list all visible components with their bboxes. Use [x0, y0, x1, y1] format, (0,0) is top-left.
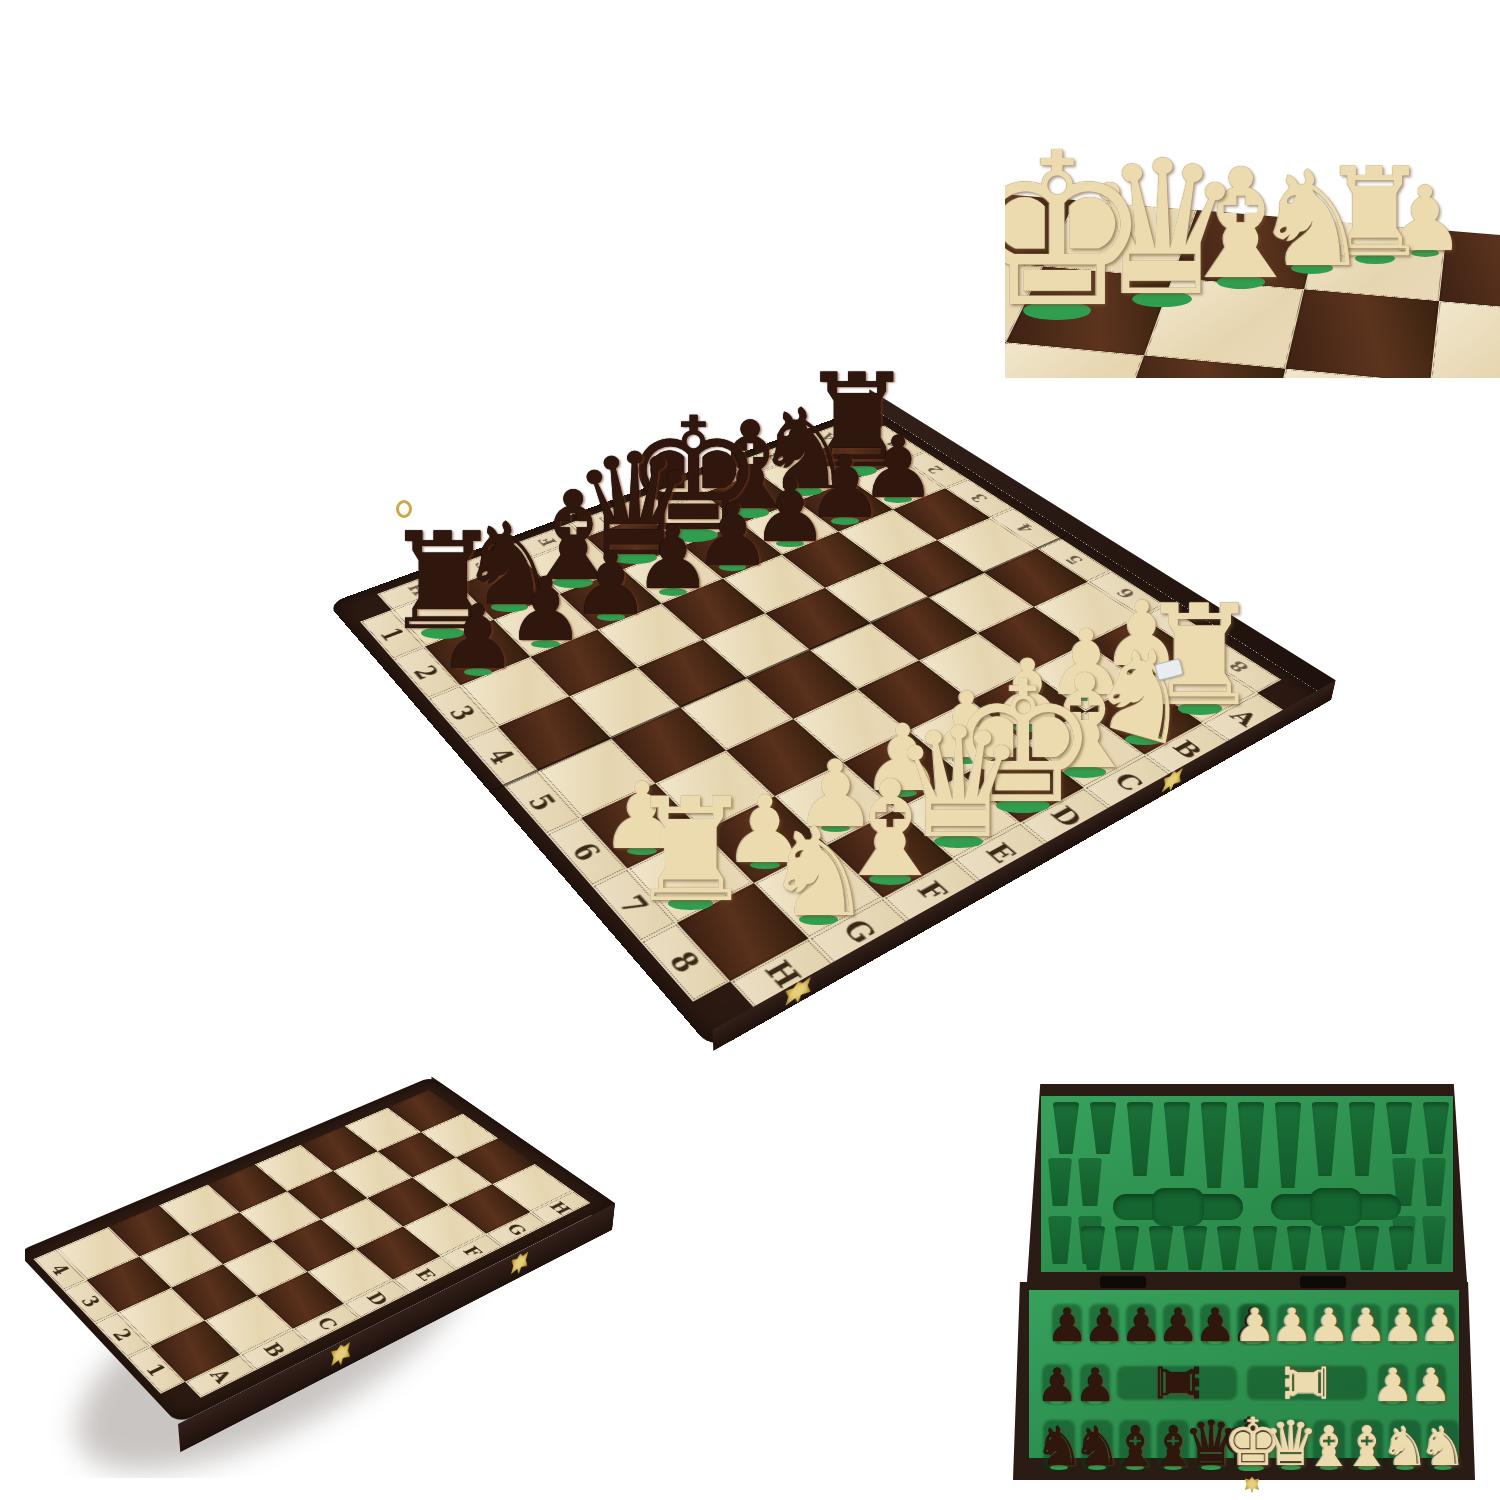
file-label-far: C	[709, 470, 736, 483]
felt-base	[1322, 1340, 1337, 1344]
rank-label-far: 8	[1224, 658, 1254, 675]
file-label: D	[361, 1289, 393, 1309]
file-label-far: A	[815, 431, 841, 443]
lid-bottle-recess	[1271, 1194, 1401, 1220]
felt-recess	[1314, 1304, 1344, 1344]
square-g6	[655, 750, 774, 831]
closed-box-3d: 4321ABCDEFGH	[25, 1102, 612, 1453]
file-label: A	[204, 1365, 237, 1386]
square-h6	[581, 783, 703, 868]
felt-recess	[1351, 1420, 1383, 1470]
photo-board-setup: HGFEDCBA1122334455667788HGFEDCBA ♜♞♝♚♛♝♞…	[250, 360, 1320, 1050]
closed-box-perspective: 4321ABCDEFGH	[25, 1048, 625, 1478]
square-h4	[498, 696, 611, 770]
felt-recess	[1351, 1304, 1381, 1344]
lid-slot	[1147, 1226, 1175, 1270]
felt-base	[1064, 766, 1106, 778]
lid-slot	[1113, 1226, 1141, 1270]
square-e7	[843, 731, 962, 810]
felt-base	[1125, 734, 1163, 745]
rank-label: 5	[521, 789, 562, 815]
square-e6	[793, 689, 908, 763]
lid-slot	[1421, 1216, 1447, 1264]
square-g7	[703, 796, 827, 883]
lid-slot	[1077, 1158, 1103, 1206]
rank-label-far: 7	[1166, 621, 1195, 637]
board-label: 8	[640, 923, 730, 1002]
felt-base	[531, 640, 559, 648]
felt-base	[597, 613, 625, 621]
rank-label-far: 4	[1012, 521, 1039, 535]
felt-recess	[1277, 1304, 1307, 1344]
square-f5	[680, 678, 793, 750]
felt-base	[668, 528, 718, 542]
felt-recess	[1119, 1420, 1151, 1470]
lid-slot	[1162, 1102, 1192, 1176]
rank-label: 8	[662, 945, 708, 977]
felt-recess	[1195, 1420, 1227, 1470]
file-label: E	[410, 1266, 440, 1284]
rank-label: 1	[374, 624, 411, 644]
lid-slot	[1421, 1158, 1447, 1206]
clasp-icon	[1245, 1477, 1259, 1494]
file-label: G	[502, 1220, 532, 1238]
felt-base	[1134, 1340, 1149, 1344]
felt-base	[1396, 1340, 1411, 1344]
board-label: 2	[393, 646, 461, 698]
display-square	[1439, 231, 1500, 314]
felt-recess	[1089, 1304, 1119, 1344]
felt-base	[1359, 1340, 1374, 1344]
board-label: 4	[464, 727, 538, 786]
felt-recess	[1081, 1420, 1113, 1470]
felt-recess	[1388, 1304, 1418, 1344]
felt-recess	[1117, 1366, 1237, 1400]
open-box-lid	[1027, 1084, 1467, 1282]
felt-base	[659, 588, 687, 596]
felt-base	[1355, 253, 1394, 264]
felt-recess	[1042, 1364, 1072, 1404]
felt-base	[1013, 724, 1042, 732]
board-label: 7	[592, 869, 677, 942]
lid-slot	[1347, 1102, 1377, 1176]
photo-closed-box: 4321ABCDEFGH	[25, 1048, 625, 1478]
felt-base	[731, 507, 770, 518]
lid-slot	[1047, 1158, 1073, 1206]
rank-label: 7	[611, 890, 655, 920]
lid-slot	[1285, 1226, 1313, 1270]
hinge-ring-icon	[396, 500, 412, 518]
felt-base	[1248, 1340, 1263, 1344]
felt-base	[1208, 1340, 1223, 1344]
hinge-icon	[1100, 1276, 1146, 1288]
felt-recess	[1425, 1304, 1455, 1344]
lid-slot	[1310, 1102, 1340, 1176]
clasp-icon	[331, 1340, 350, 1370]
felt-base	[831, 517, 859, 525]
felt-base	[464, 668, 492, 676]
square-f6	[726, 719, 843, 796]
felt-recess	[1416, 1364, 1446, 1404]
lid-slot	[1181, 1226, 1209, 1270]
felt-base	[1097, 1340, 1112, 1344]
rank-label: 2	[407, 662, 445, 683]
lid-slot	[1051, 1102, 1081, 1154]
felt-recess	[1237, 1420, 1269, 1470]
felt-base	[1050, 1400, 1065, 1404]
lid-slot	[1251, 1226, 1279, 1270]
board-perspective: HGFEDCBA1122334455667788HGFEDCBA	[250, 360, 1320, 1050]
rank-label-far: 2	[922, 463, 947, 475]
felt-recess	[1313, 1420, 1345, 1470]
file-label-far: E	[594, 512, 622, 526]
felt-recess	[1163, 1304, 1193, 1344]
main-board-plane: HGFEDCBA1122334455667788HGFEDCBA	[328, 406, 1332, 1051]
photo-open-box: ♟♟♟♟♟♟♟♟♟♟♟♟♟♟♜♜♟♟♞♞♝♝♛♚♚♛♝♝♞♞	[955, 1082, 1500, 1500]
lid-slot	[1215, 1226, 1243, 1270]
rank-label-far: 1	[881, 437, 906, 449]
file-label: H	[545, 1198, 576, 1216]
felt-base	[1171, 1340, 1186, 1344]
file-label: C	[311, 1313, 343, 1333]
felt-recess	[1427, 1420, 1459, 1470]
felt-base	[1242, 1465, 1263, 1471]
lid-slot	[1273, 1102, 1303, 1188]
felt-base	[1285, 1340, 1300, 1344]
lineup-perspective	[1005, 22, 1500, 378]
rank-label: 6	[565, 838, 608, 866]
felt-recess	[1275, 1420, 1307, 1470]
felt-recess	[1052, 1304, 1082, 1344]
lid-slot	[1047, 1216, 1073, 1264]
hinge-icon	[1300, 1276, 1346, 1288]
felt-recess	[1378, 1364, 1408, 1404]
felt-base	[1060, 1340, 1075, 1344]
main-board-grid: HGFEDCBA1122334455667788HGFEDCBA	[346, 414, 1310, 1031]
felt-base	[1424, 1400, 1439, 1404]
felt-base	[1386, 1400, 1401, 1404]
rank-label: 4	[481, 744, 521, 768]
lid-slot	[1421, 1102, 1451, 1154]
square-b7	[1030, 643, 1143, 711]
lid-slot	[1236, 1102, 1266, 1188]
rank-label-far: 5	[1060, 553, 1087, 567]
felt-base	[553, 577, 592, 588]
felt-base	[1088, 1400, 1103, 1404]
felt-base	[884, 495, 911, 503]
square-d7	[908, 700, 1025, 775]
felt-base	[1433, 1340, 1448, 1344]
lid-slot	[1384, 1102, 1414, 1154]
felt-recess	[1389, 1420, 1421, 1470]
display-square	[1430, 301, 1500, 378]
lid-bottle-recess	[1113, 1194, 1243, 1220]
board-label: 6	[546, 818, 627, 886]
lid-slot	[1199, 1102, 1229, 1188]
square-f7	[775, 763, 897, 846]
felt-base	[1411, 249, 1440, 257]
square-g5	[611, 708, 726, 784]
felt-recess	[1247, 1366, 1367, 1400]
file-label: F	[457, 1243, 486, 1260]
felt-base	[952, 756, 981, 764]
rank-label-far: 6	[1112, 586, 1140, 601]
felt-base	[799, 914, 838, 925]
felt-recess	[1043, 1420, 1075, 1470]
lid-slot	[1319, 1226, 1347, 1270]
felt-recess	[1157, 1420, 1189, 1470]
square-h5	[538, 738, 655, 818]
felt-base	[719, 563, 747, 571]
felt-recess	[1080, 1364, 1110, 1404]
lid-slot	[1088, 1102, 1118, 1154]
felt-recess	[1200, 1304, 1230, 1344]
felt-base	[1217, 275, 1266, 289]
rank-label-far: 3	[966, 492, 992, 505]
clasp-icon	[510, 1250, 528, 1279]
file-label-far: F	[533, 535, 561, 549]
rank-label: 3	[443, 701, 482, 724]
square-g4	[569, 667, 680, 738]
square-d6	[858, 660, 971, 730]
product-collage: { "game": "chess", "product_view": "four…	[0, 0, 1500, 1500]
square-e5	[747, 650, 858, 719]
felt-recess	[1240, 1304, 1270, 1344]
board-label: 3	[427, 685, 498, 741]
felt-recess	[1126, 1304, 1156, 1344]
photo-piece-lineup: ♚♛♝♞♜♟	[1005, 22, 1500, 378]
lid-felt	[1041, 1096, 1453, 1272]
lid-slot	[1353, 1226, 1381, 1270]
lid-slot	[1125, 1102, 1155, 1176]
felt-base	[1178, 702, 1222, 714]
